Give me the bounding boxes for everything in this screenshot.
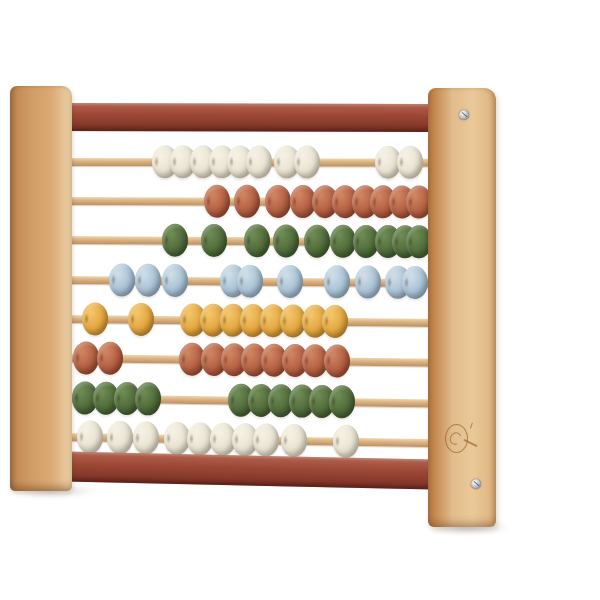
bead-cream[interactable] [246, 145, 272, 178]
bead-cream[interactable] [133, 421, 160, 454]
abacus-row-6-rust [56, 340, 440, 381]
left-post [10, 86, 72, 491]
product-photo [0, 0, 600, 600]
bead-blue[interactable] [237, 265, 263, 298]
abacus-row-7-green [56, 380, 440, 422]
bead-green[interactable] [244, 224, 270, 257]
bead-cream[interactable] [397, 146, 423, 179]
bead-rust[interactable] [265, 185, 291, 218]
bead-blue[interactable] [109, 263, 135, 296]
abacus-row-3-green [56, 222, 440, 260]
abacus-board [0, 0, 600, 600]
bead-cream[interactable] [253, 423, 280, 456]
bead-cream[interactable] [333, 425, 360, 458]
abacus-row-1-cream [56, 144, 440, 181]
bead-rust[interactable] [97, 342, 123, 375]
bead-cream[interactable] [294, 145, 320, 178]
screw-icon [471, 479, 481, 489]
bead-yellow[interactable] [322, 305, 348, 338]
bead-rust[interactable] [324, 344, 350, 377]
bead-green[interactable] [329, 385, 355, 418]
bead-yellow[interactable] [128, 303, 154, 336]
bead-green[interactable] [273, 224, 299, 257]
abacus-row-5-yellow [56, 301, 440, 341]
bead-green[interactable] [135, 382, 161, 415]
bead-cream[interactable] [77, 420, 104, 453]
brand-logo-icon [445, 420, 479, 460]
bead-blue[interactable] [324, 265, 350, 298]
bead-rust[interactable] [234, 185, 260, 218]
abacus-row-4-blue [56, 262, 440, 301]
bead-blue[interactable] [162, 264, 188, 297]
bead-blue[interactable] [355, 266, 381, 299]
bead-green[interactable] [201, 224, 227, 257]
abacus-row-2-rust [56, 183, 440, 221]
bead-rust[interactable] [204, 185, 230, 218]
right-post [428, 88, 496, 527]
bead-blue[interactable] [135, 264, 161, 297]
screw-icon [459, 110, 469, 120]
bead-cream[interactable] [107, 421, 134, 454]
bead-cream[interactable] [281, 424, 308, 457]
bead-rust[interactable] [73, 341, 99, 374]
top-rail [34, 103, 444, 132]
bead-green[interactable] [162, 224, 188, 257]
bead-blue[interactable] [277, 265, 303, 298]
logo-apostrophe [466, 421, 473, 428]
bead-green[interactable] [304, 225, 330, 258]
bead-yellow[interactable] [82, 302, 108, 335]
bead-blue[interactable] [402, 266, 428, 299]
